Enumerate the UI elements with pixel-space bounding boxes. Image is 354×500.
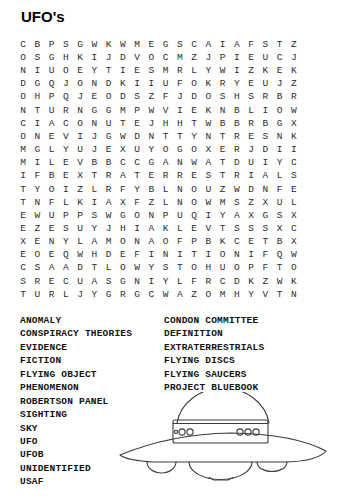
grid-cell: V bbox=[59, 130, 73, 143]
grid-cell: I bbox=[201, 209, 215, 222]
grid-cell: L bbox=[59, 196, 73, 209]
grid-cell: Y bbox=[159, 275, 173, 288]
grid-cell: O bbox=[73, 117, 87, 130]
grid-cell: C bbox=[287, 222, 301, 235]
ufo-porthole-icon bbox=[237, 429, 243, 435]
word-search-grid: CBPSGWKWMEGSCAIAFSTZOSGHKIJDVOCMZJPIEUCJ… bbox=[16, 38, 301, 301]
grid-cell: G bbox=[273, 117, 287, 130]
grid-cell: G bbox=[130, 288, 144, 301]
grid-cell: T bbox=[216, 170, 230, 183]
grid-cell: J bbox=[87, 143, 101, 156]
word-item: FICTION bbox=[20, 354, 132, 367]
grid-cell: C bbox=[130, 156, 144, 169]
grid-cell: E bbox=[59, 156, 73, 169]
ufo-dome bbox=[177, 392, 269, 423]
grid-cell: U bbox=[201, 183, 215, 196]
grid-cell: X bbox=[116, 143, 130, 156]
grid-cell: G bbox=[159, 38, 173, 51]
grid-cell: U bbox=[173, 209, 187, 222]
grid-cell: N bbox=[87, 77, 101, 90]
grid-cell: X bbox=[287, 235, 301, 248]
grid-cell: X bbox=[273, 222, 287, 235]
grid-cell: H bbox=[87, 249, 101, 262]
grid-cell: Z bbox=[30, 222, 44, 235]
grid-cell: N bbox=[173, 196, 187, 209]
grid-cell: S bbox=[30, 262, 44, 275]
grid-cell: J bbox=[59, 77, 73, 90]
grid-cell: V bbox=[258, 288, 272, 301]
grid-cell: Q bbox=[59, 249, 73, 262]
grid-cell: O bbox=[273, 104, 287, 117]
grid-cell: M bbox=[216, 288, 230, 301]
grid-cell: E bbox=[73, 64, 87, 77]
grid-cell: F bbox=[45, 196, 59, 209]
grid-cell: X bbox=[244, 209, 258, 222]
grid-cell: K bbox=[216, 235, 230, 248]
grid-cell: G bbox=[102, 104, 116, 117]
grid-cell: A bbox=[258, 170, 272, 183]
grid-cell: H bbox=[116, 222, 130, 235]
grid-cell: Z bbox=[144, 196, 158, 209]
grid-cell: P bbox=[159, 209, 173, 222]
grid-cell: O bbox=[30, 249, 44, 262]
grid-cell: W bbox=[116, 38, 130, 51]
grid-cell: B bbox=[45, 170, 59, 183]
grid-cell: I bbox=[244, 170, 258, 183]
grid-cell: W bbox=[159, 288, 173, 301]
grid-cell: O bbox=[187, 196, 201, 209]
grid-cell: X bbox=[287, 209, 301, 222]
grid-cell: R bbox=[59, 104, 73, 117]
grid-cell: C bbox=[59, 275, 73, 288]
ufo-base-plate bbox=[209, 478, 233, 481]
grid-cell: S bbox=[30, 51, 44, 64]
grid-cell: L bbox=[173, 275, 187, 288]
grid-cell: M bbox=[116, 104, 130, 117]
grid-cell: L bbox=[45, 156, 59, 169]
grid-cell: Z bbox=[287, 38, 301, 51]
grid-cell: W bbox=[144, 104, 158, 117]
grid-cell: N bbox=[16, 64, 30, 77]
grid-cell: S bbox=[216, 91, 230, 104]
grid-cell: Y bbox=[187, 130, 201, 143]
grid-cell: U bbox=[73, 143, 87, 156]
grid-cell: X bbox=[258, 196, 272, 209]
grid-cell: G bbox=[144, 156, 158, 169]
grid-cell: B bbox=[201, 235, 215, 248]
grid-cell: O bbox=[59, 64, 73, 77]
grid-cell: D bbox=[116, 91, 130, 104]
grid-cell: S bbox=[258, 222, 272, 235]
grid-cell: O bbox=[130, 209, 144, 222]
grid-cell: P bbox=[187, 235, 201, 248]
grid-cell: I bbox=[87, 51, 101, 64]
grid-cell: U bbox=[73, 275, 87, 288]
grid-cell: I bbox=[16, 170, 30, 183]
worksheet-page: UFO's CBPSGWKWMEGSCAIAFSTZOSGHKIJDVOCMZJ… bbox=[0, 0, 354, 500]
grid-cell: I bbox=[230, 51, 244, 64]
grid-cell: G bbox=[102, 130, 116, 143]
grid-cell: R bbox=[116, 288, 130, 301]
grid-cell: F bbox=[258, 262, 272, 275]
grid-cell: U bbox=[30, 288, 44, 301]
grid-cell: K bbox=[287, 130, 301, 143]
grid-cell: L bbox=[159, 183, 173, 196]
grid-cell: B bbox=[30, 38, 44, 51]
grid-cell: H bbox=[230, 91, 244, 104]
grid-cell: J bbox=[102, 222, 116, 235]
grid-cell: R bbox=[244, 117, 258, 130]
grid-cell: E bbox=[45, 249, 59, 262]
grid-cell: I bbox=[144, 249, 158, 262]
grid-cell: T bbox=[216, 156, 230, 169]
grid-cell: F bbox=[116, 183, 130, 196]
grid-cell: K bbox=[244, 275, 258, 288]
grid-cell: O bbox=[230, 262, 244, 275]
ufo-pod-left bbox=[147, 462, 176, 473]
word-item: ANOMALY bbox=[20, 314, 132, 327]
grid-cell: E bbox=[187, 104, 201, 117]
grid-cell: N bbox=[273, 130, 287, 143]
grid-cell: T bbox=[30, 104, 44, 117]
grid-cell: K bbox=[159, 222, 173, 235]
grid-cell: J bbox=[201, 51, 215, 64]
grid-cell: C bbox=[187, 38, 201, 51]
grid-cell: L bbox=[45, 143, 59, 156]
grid-cell: Y bbox=[201, 64, 215, 77]
word-list-column-2: CONDON COMMITTEEDEFINITIONEXTRATERRESTRI… bbox=[164, 314, 264, 395]
grid-cell: E bbox=[244, 77, 258, 90]
grid-cell: D bbox=[244, 183, 258, 196]
grid-cell: B bbox=[230, 104, 244, 117]
grid-cell: G bbox=[45, 51, 59, 64]
grid-cell: G bbox=[102, 288, 116, 301]
grid-cell: Z bbox=[287, 77, 301, 90]
grid-cell: A bbox=[116, 170, 130, 183]
grid-cell: I bbox=[173, 104, 187, 117]
grid-cell: E bbox=[130, 117, 144, 130]
grid-cell: W bbox=[187, 156, 201, 169]
grid-cell: Y bbox=[30, 183, 44, 196]
grid-cell: C bbox=[159, 51, 173, 64]
word-item: CONSPIRACY THEORIES bbox=[20, 327, 132, 340]
grid-cell: X bbox=[73, 170, 87, 183]
grid-cell: K bbox=[287, 275, 301, 288]
grid-cell: D bbox=[102, 249, 116, 262]
grid-cell: A bbox=[87, 235, 101, 248]
grid-cell: S bbox=[144, 64, 158, 77]
grid-cell: Y bbox=[230, 77, 244, 90]
grid-cell: R bbox=[230, 143, 244, 156]
grid-cell: B bbox=[230, 117, 244, 130]
page-title: UFO's bbox=[21, 8, 65, 25]
grid-cell: N bbox=[144, 209, 158, 222]
grid-cell: O bbox=[116, 262, 130, 275]
grid-cell: N bbox=[73, 104, 87, 117]
grid-cell: U bbox=[244, 156, 258, 169]
grid-cell: K bbox=[258, 64, 272, 77]
grid-cell: U bbox=[45, 209, 59, 222]
grid-cell: A bbox=[201, 38, 215, 51]
grid-cell: N bbox=[144, 130, 158, 143]
grid-cell: E bbox=[116, 249, 130, 262]
grid-cell: P bbox=[73, 209, 87, 222]
grid-cell: E bbox=[102, 143, 116, 156]
grid-cell: F bbox=[130, 196, 144, 209]
grid-cell: J bbox=[273, 77, 287, 90]
grid-cell: U bbox=[258, 51, 272, 64]
grid-cell: E bbox=[87, 91, 101, 104]
grid-cell: S bbox=[59, 222, 73, 235]
grid-cell: S bbox=[16, 275, 30, 288]
grid-cell: R bbox=[216, 77, 230, 90]
grid-cell: Z bbox=[144, 91, 158, 104]
grid-cell: U bbox=[73, 222, 87, 235]
grid-cell: S bbox=[159, 262, 173, 275]
grid-cell: J bbox=[173, 91, 187, 104]
grid-cell: D bbox=[102, 77, 116, 90]
grid-cell: J bbox=[244, 143, 258, 156]
grid-cell: X bbox=[16, 235, 30, 248]
grid-cell: I bbox=[30, 156, 44, 169]
grid-cell: D bbox=[187, 91, 201, 104]
grid-cell: I bbox=[173, 249, 187, 262]
grid-cell: N bbox=[201, 130, 215, 143]
grid-cell: Y bbox=[244, 288, 258, 301]
grid-cell: M bbox=[159, 64, 173, 77]
grid-cell: P bbox=[45, 91, 59, 104]
grid-cell: A bbox=[87, 275, 101, 288]
grid-cell: R bbox=[159, 170, 173, 183]
grid-cell: T bbox=[87, 170, 101, 183]
grid-cell: V bbox=[130, 51, 144, 64]
grid-cell: F bbox=[30, 170, 44, 183]
grid-cell: I bbox=[273, 143, 287, 156]
grid-cell: K bbox=[116, 77, 130, 90]
grid-cell: D bbox=[230, 275, 244, 288]
grid-cell: R bbox=[230, 130, 244, 143]
word-item: FLYING SAUCERS bbox=[164, 368, 264, 381]
grid-cell: O bbox=[201, 288, 215, 301]
grid-cell: O bbox=[187, 143, 201, 156]
grid-cell: B bbox=[144, 183, 158, 196]
grid-cell: Y bbox=[144, 262, 158, 275]
grid-cell: F bbox=[244, 38, 258, 51]
grid-cell: V bbox=[159, 104, 173, 117]
grid-cell: I bbox=[201, 249, 215, 262]
grid-cell: F bbox=[173, 235, 187, 248]
grid-cell: W bbox=[273, 275, 287, 288]
grid-cell: U bbox=[102, 117, 116, 130]
grid-cell: F bbox=[159, 91, 173, 104]
grid-cell: A bbox=[144, 235, 158, 248]
grid-cell: C bbox=[16, 38, 30, 51]
grid-cell: S bbox=[230, 196, 244, 209]
grid-cell: H bbox=[230, 288, 244, 301]
grid-cell: O bbox=[187, 262, 201, 275]
grid-cell: O bbox=[73, 77, 87, 90]
grid-cell: V bbox=[73, 156, 87, 169]
grid-cell: W bbox=[216, 64, 230, 77]
grid-cell: U bbox=[45, 64, 59, 77]
grid-cell: E bbox=[244, 51, 258, 64]
grid-cell: G bbox=[116, 275, 130, 288]
grid-cell: O bbox=[16, 51, 30, 64]
grid-cell: M bbox=[16, 143, 30, 156]
grid-cell: S bbox=[102, 275, 116, 288]
ufo-body bbox=[120, 433, 326, 462]
grid-cell: D bbox=[230, 156, 244, 169]
grid-cell: C bbox=[230, 235, 244, 248]
grid-cell: Y bbox=[130, 183, 144, 196]
grid-cell: W bbox=[287, 249, 301, 262]
grid-cell: J bbox=[73, 91, 87, 104]
grid-cell: Y bbox=[144, 143, 158, 156]
grid-cell: E bbox=[30, 235, 44, 248]
grid-cell: N bbox=[216, 104, 230, 117]
grid-cell: H bbox=[173, 117, 187, 130]
grid-cell: M bbox=[102, 235, 116, 248]
grid-cell: T bbox=[16, 196, 30, 209]
grid-cell: R bbox=[201, 275, 215, 288]
grid-cell: W bbox=[201, 196, 215, 209]
grid-cell: W bbox=[287, 104, 301, 117]
grid-cell: T bbox=[116, 117, 130, 130]
grid-cell: C bbox=[116, 156, 130, 169]
grid-cell: E bbox=[273, 64, 287, 77]
grid-cell: A bbox=[201, 156, 215, 169]
grid-cell: X bbox=[287, 117, 301, 130]
grid-cell: O bbox=[216, 249, 230, 262]
grid-cell: P bbox=[59, 209, 73, 222]
grid-cell: G bbox=[116, 209, 130, 222]
grid-cell: S bbox=[244, 91, 258, 104]
grid-cell: O bbox=[287, 262, 301, 275]
grid-cell: O bbox=[102, 91, 116, 104]
grid-cell: H bbox=[159, 117, 173, 130]
grid-cell: T bbox=[102, 64, 116, 77]
ufo-porthole-icon bbox=[187, 429, 193, 435]
grid-cell: Q bbox=[187, 209, 201, 222]
grid-cell: D bbox=[116, 51, 130, 64]
ufo-pod-right bbox=[257, 462, 287, 472]
grid-cell: M bbox=[216, 196, 230, 209]
grid-cell: O bbox=[16, 130, 30, 143]
grid-cell: R bbox=[258, 91, 272, 104]
grid-cell: O bbox=[187, 183, 201, 196]
grid-cell: I bbox=[30, 117, 44, 130]
grid-cell: L bbox=[87, 183, 101, 196]
grid-cell: G bbox=[30, 143, 44, 156]
grid-cell: T bbox=[273, 288, 287, 301]
grid-cell: D bbox=[258, 143, 272, 156]
grid-cell: G bbox=[258, 209, 272, 222]
grid-cell: S bbox=[287, 170, 301, 183]
grid-cell: T bbox=[187, 117, 201, 130]
grid-cell: K bbox=[201, 77, 215, 90]
grid-cell: N bbox=[287, 288, 301, 301]
grid-cell: O bbox=[16, 91, 30, 104]
grid-cell: W bbox=[201, 117, 215, 130]
grid-cell: E bbox=[45, 275, 59, 288]
grid-cell: L bbox=[73, 235, 87, 248]
grid-cell: W bbox=[73, 249, 87, 262]
grid-cell: X bbox=[201, 143, 215, 156]
grid-cell: F bbox=[258, 249, 272, 262]
grid-cell: M bbox=[173, 51, 187, 64]
grid-cell: S bbox=[87, 209, 101, 222]
grid-cell: Y bbox=[59, 143, 73, 156]
grid-cell: R bbox=[30, 275, 44, 288]
grid-cell: P bbox=[45, 38, 59, 51]
grid-cell: B bbox=[273, 235, 287, 248]
grid-cell: S bbox=[273, 209, 287, 222]
grid-cell: B bbox=[102, 156, 116, 169]
grid-cell: I bbox=[230, 64, 244, 77]
grid-cell: Y bbox=[87, 222, 101, 235]
word-item: FLYING DISCS bbox=[164, 354, 264, 367]
grid-cell: S bbox=[201, 170, 215, 183]
grid-cell: L bbox=[102, 262, 116, 275]
grid-cell: I bbox=[87, 196, 101, 209]
grid-cell: O bbox=[201, 91, 215, 104]
grid-cell: I bbox=[258, 104, 272, 117]
grid-cell: H bbox=[30, 91, 44, 104]
grid-cell: N bbox=[30, 196, 44, 209]
ufo-porthole-icon bbox=[174, 430, 177, 433]
grid-cell: I bbox=[59, 183, 73, 196]
grid-cell: W bbox=[102, 209, 116, 222]
grid-cell: I bbox=[144, 275, 158, 288]
grid-cell: W bbox=[30, 209, 44, 222]
grid-cell: Y bbox=[87, 288, 101, 301]
grid-cell: C bbox=[273, 51, 287, 64]
grid-cell: W bbox=[130, 262, 144, 275]
grid-cell: T bbox=[187, 249, 201, 262]
grid-cell: E bbox=[144, 170, 158, 183]
grid-cell: E bbox=[287, 183, 301, 196]
grid-cell: L bbox=[159, 196, 173, 209]
grid-cell: J bbox=[73, 288, 87, 301]
grid-cell: C bbox=[287, 156, 301, 169]
grid-cell: E bbox=[16, 249, 30, 262]
grid-cell: X bbox=[116, 196, 130, 209]
grid-cell: T bbox=[159, 130, 173, 143]
grid-cell: J bbox=[144, 117, 158, 130]
grid-cell: N bbox=[159, 249, 173, 262]
grid-cell: O bbox=[116, 235, 130, 248]
grid-cell: I bbox=[30, 64, 44, 77]
grid-cell: H bbox=[59, 51, 73, 64]
grid-cell: I bbox=[244, 249, 258, 262]
grid-cell: W bbox=[230, 183, 244, 196]
grid-cell: R bbox=[287, 91, 301, 104]
grid-cell: K bbox=[287, 64, 301, 77]
grid-cell: Y bbox=[273, 156, 287, 169]
grid-cell: R bbox=[102, 183, 116, 196]
grid-cell: G bbox=[30, 77, 44, 90]
grid-cell: E bbox=[45, 222, 59, 235]
grid-cell: Y bbox=[87, 64, 101, 77]
grid-cell: S bbox=[244, 222, 258, 235]
grid-cell: D bbox=[130, 130, 144, 143]
grid-cell: S bbox=[230, 222, 244, 235]
word-item: EVIDENCE bbox=[20, 341, 132, 354]
grid-cell: N bbox=[87, 117, 101, 130]
grid-cell: N bbox=[45, 235, 59, 248]
grid-cell: Z bbox=[187, 51, 201, 64]
grid-cell: U bbox=[130, 143, 144, 156]
